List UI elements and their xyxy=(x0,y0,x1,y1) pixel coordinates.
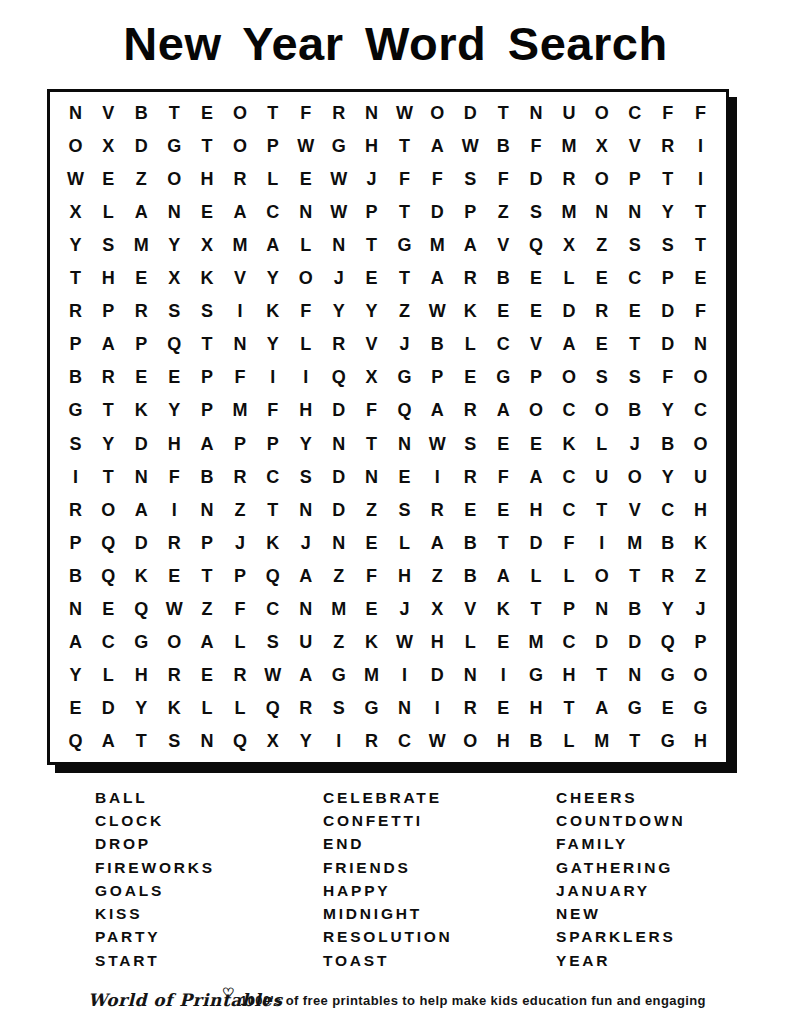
grid-cell-r19c20: G xyxy=(684,692,717,725)
grid-cell-r8c5: T xyxy=(191,328,224,361)
grid-cell-r16c5: Z xyxy=(191,592,224,625)
grid-cell-r18c16: H xyxy=(553,659,586,692)
grid-cell-r17c5: A xyxy=(191,626,224,659)
grid-cell-r2c20: I xyxy=(684,129,717,162)
word-list-item: BALL xyxy=(95,786,215,809)
grid-cell-r12c12: I xyxy=(421,460,454,493)
grid-cell-r16c12: X xyxy=(421,592,454,625)
grid-cell-r6c10: E xyxy=(355,261,388,294)
grid-cell-r1c19: F xyxy=(651,96,684,129)
grid-cell-r1c8: F xyxy=(289,96,322,129)
word-list-item: FIREWORKS xyxy=(95,856,215,879)
grid-cell-r9c16: O xyxy=(553,361,586,394)
grid-cell-r20c19: G xyxy=(651,725,684,758)
grid-cell-r3c13: S xyxy=(454,162,487,195)
grid-cell-r11c10: T xyxy=(355,427,388,460)
grid-cell-r4c16: M xyxy=(553,195,586,228)
grid-cell-r4c15: S xyxy=(520,195,553,228)
grid-cell-r17c6: L xyxy=(224,626,257,659)
grid-cell-r11c8: Y xyxy=(289,427,322,460)
grid-cell-r12c8: S xyxy=(289,460,322,493)
grid-cell-r3c3: Z xyxy=(125,162,158,195)
grid-cell-r10c2: T xyxy=(92,394,125,427)
grid-cell-r3c18: P xyxy=(618,162,651,195)
grid-cell-r3c10: J xyxy=(355,162,388,195)
grid-cell-r1c6: O xyxy=(224,96,257,129)
grid-cell-r1c9: R xyxy=(322,96,355,129)
grid-cell-r6c8: O xyxy=(289,261,322,294)
grid-cell-r4c4: N xyxy=(158,195,191,228)
grid-cell-r7c19: D xyxy=(651,295,684,328)
grid-cell-r18c8: A xyxy=(289,659,322,692)
word-list-item: CONFETTI xyxy=(323,809,453,832)
grid-cell-r11c6: P xyxy=(224,427,257,460)
grid-cell-r7c8: F xyxy=(289,295,322,328)
grid-cell-r15c14: A xyxy=(487,559,520,592)
grid-cell-r13c19: C xyxy=(651,493,684,526)
grid-cell-r8c15: V xyxy=(520,328,553,361)
grid-cell-r15c17: O xyxy=(585,559,618,592)
grid-cell-r17c4: O xyxy=(158,626,191,659)
grid-cell-r18c7: W xyxy=(256,659,289,692)
grid-cell-r8c14: C xyxy=(487,328,520,361)
grid-cell-r16c14: K xyxy=(487,592,520,625)
grid-cell-r2c1: O xyxy=(59,129,92,162)
grid-cell-r14c6: J xyxy=(224,526,257,559)
grid-cell-r13c16: C xyxy=(553,493,586,526)
grid-cell-r10c7: F xyxy=(256,394,289,427)
grid-cell-r20c11: C xyxy=(388,725,421,758)
grid-cell-r16c4: W xyxy=(158,592,191,625)
grid-cell-r14c11: L xyxy=(388,526,421,559)
grid-cell-r3c6: R xyxy=(224,162,257,195)
grid-cell-r13c9: D xyxy=(322,493,355,526)
grid-cell-r5c5: X xyxy=(191,228,224,261)
grid-cell-r9c1: B xyxy=(59,361,92,394)
grid-cell-r20c12: W xyxy=(421,725,454,758)
grid-cell-r9c5: P xyxy=(191,361,224,394)
grid-cell-r5c10: T xyxy=(355,228,388,261)
grid-cell-r11c2: Y xyxy=(92,427,125,460)
grid-cell-r13c6: Z xyxy=(224,493,257,526)
grid-cell-r19c8: R xyxy=(289,692,322,725)
grid-cell-r6c1: T xyxy=(59,261,92,294)
grid-cell-r14c8: J xyxy=(289,526,322,559)
grid-cell-r2c8: W xyxy=(289,129,322,162)
grid-cell-r20c8: Y xyxy=(289,725,322,758)
grid-cell-r7c20: F xyxy=(684,295,717,328)
word-list-item: RESOLUTION xyxy=(323,926,453,949)
grid-cell-r5c17: Z xyxy=(585,228,618,261)
grid-cell-r11c11: N xyxy=(388,427,421,460)
grid-cell-r4c10: P xyxy=(355,195,388,228)
grid-cell-r2c18: V xyxy=(618,129,651,162)
grid-cell-r9c9: Q xyxy=(322,361,355,394)
grid-cell-r7c7: K xyxy=(256,295,289,328)
grid-cell-r16c9: M xyxy=(322,592,355,625)
grid-cell-r2c13: W xyxy=(454,129,487,162)
grid-cell-r4c1: X xyxy=(59,195,92,228)
grid-cell-r1c18: C xyxy=(618,96,651,129)
grid-cell-r9c12: P xyxy=(421,361,454,394)
grid-cell-r5c20: T xyxy=(684,228,717,261)
word-list-item: TOAST xyxy=(323,949,453,972)
grid-cell-r4c11: T xyxy=(388,195,421,228)
grid-cell-r7c4: S xyxy=(158,295,191,328)
grid-cell-r13c3: A xyxy=(125,493,158,526)
grid-cell-r19c4: K xyxy=(158,692,191,725)
grid-cell-r19c13: R xyxy=(454,692,487,725)
grid-cell-r7c9: Y xyxy=(322,295,355,328)
grid-cell-r9c6: F xyxy=(224,361,257,394)
grid-cell-r17c15: M xyxy=(520,626,553,659)
grid-cell-r18c19: G xyxy=(651,659,684,692)
grid-cell-r10c19: Y xyxy=(651,394,684,427)
grid-cell-r17c13: L xyxy=(454,626,487,659)
grid-cell-r16c11: J xyxy=(388,592,421,625)
grid-cell-r7c13: K xyxy=(454,295,487,328)
grid-cell-r3c7: L xyxy=(256,162,289,195)
grid-cell-r12c14: F xyxy=(487,460,520,493)
grid-cell-r12c19: Y xyxy=(651,460,684,493)
grid-cell-r15c19: R xyxy=(651,559,684,592)
grid-cell-r2c16: M xyxy=(553,129,586,162)
grid-cell-r18c10: M xyxy=(355,659,388,692)
grid-cell-r6c7: Y xyxy=(256,261,289,294)
grid-cell-r19c17: A xyxy=(585,692,618,725)
word-list-item: YEAR xyxy=(556,949,685,972)
grid-cell-r14c1: P xyxy=(59,526,92,559)
grid-cell-r20c5: N xyxy=(191,725,224,758)
grid-cell-r4c20: T xyxy=(684,195,717,228)
grid-cell-r10c14: A xyxy=(487,394,520,427)
grid-cell-r19c12: I xyxy=(421,692,454,725)
grid-cell-r14c3: D xyxy=(125,526,158,559)
grid-cell-r7c11: Z xyxy=(388,295,421,328)
grid-cell-r3c20: I xyxy=(684,162,717,195)
grid-cell-r10c11: Q xyxy=(388,394,421,427)
grid-cell-r13c10: Z xyxy=(355,493,388,526)
grid-cell-r2c6: O xyxy=(224,129,257,162)
grid-cell-r13c5: N xyxy=(191,493,224,526)
grid-cell-r20c17: M xyxy=(585,725,618,758)
grid-cell-r12c1: I xyxy=(59,460,92,493)
grid-cell-r7c17: R xyxy=(585,295,618,328)
grid-cell-r16c3: Q xyxy=(125,592,158,625)
grid-cell-r5c19: S xyxy=(651,228,684,261)
grid-cell-r15c20: Z xyxy=(684,559,717,592)
grid-cell-r15c6: P xyxy=(224,559,257,592)
word-list-item: CLOCK xyxy=(95,809,215,832)
grid-cell-r13c4: I xyxy=(158,493,191,526)
word-list-item: CHEERS xyxy=(556,786,685,809)
grid-cell-r8c12: B xyxy=(421,328,454,361)
word-list-item: END xyxy=(323,833,453,856)
grid-cell-r12c5: B xyxy=(191,460,224,493)
word-list-item: MIDNIGHT xyxy=(323,902,453,925)
grid-cell-r11c12: W xyxy=(421,427,454,460)
grid-cell-r4c8: N xyxy=(289,195,322,228)
grid-cell-r5c15: Q xyxy=(520,228,553,261)
grid-cell-r19c10: G xyxy=(355,692,388,725)
grid-cell-r17c19: Q xyxy=(651,626,684,659)
grid-cell-r10c15: O xyxy=(520,394,553,427)
grid-cell-r1c5: E xyxy=(191,96,224,129)
grid-cell-r15c7: Q xyxy=(256,559,289,592)
grid-cell-r19c15: H xyxy=(520,692,553,725)
grid-cell-r15c4: E xyxy=(158,559,191,592)
grid-cell-r13c7: T xyxy=(256,493,289,526)
grid-cell-r7c2: P xyxy=(92,295,125,328)
grid-cell-r11c9: N xyxy=(322,427,355,460)
grid-cell-r9c11: G xyxy=(388,361,421,394)
grid-cell-r2c11: T xyxy=(388,129,421,162)
grid-cell-r2c10: H xyxy=(355,129,388,162)
grid-cell-r8c6: N xyxy=(224,328,257,361)
grid-cell-r9c15: P xyxy=(520,361,553,394)
grid-cell-r3c9: W xyxy=(322,162,355,195)
grid-cell-r14c5: P xyxy=(191,526,224,559)
grid-cell-r8c7: Y xyxy=(256,328,289,361)
grid-cell-r6c17: E xyxy=(585,261,618,294)
grid-cell-r6c6: V xyxy=(224,261,257,294)
grid-cell-r7c5: S xyxy=(191,295,224,328)
grid-cell-r20c18: T xyxy=(618,725,651,758)
grid-cell-r18c5: E xyxy=(191,659,224,692)
word-list-item: GATHERING xyxy=(556,856,685,879)
grid-cell-r8c2: A xyxy=(92,328,125,361)
grid-cell-r19c6: L xyxy=(224,692,257,725)
grid-cell-r5c11: G xyxy=(388,228,421,261)
grid-cell-r2c7: P xyxy=(256,129,289,162)
grid-cell-r4c12: D xyxy=(421,195,454,228)
grid-cell-r4c18: N xyxy=(618,195,651,228)
grid-cell-r5c16: X xyxy=(553,228,586,261)
grid-cell-r18c2: L xyxy=(92,659,125,692)
grid-cell-r1c20: F xyxy=(684,96,717,129)
grid-cell-r9c17: S xyxy=(585,361,618,394)
grid-cell-r11c5: A xyxy=(191,427,224,460)
grid-cell-r3c11: F xyxy=(388,162,421,195)
grid-cell-r2c12: A xyxy=(421,129,454,162)
page-title: New Year Word Search xyxy=(0,16,791,71)
grid-cell-r4c3: A xyxy=(125,195,158,228)
grid-cell-r17c18: D xyxy=(618,626,651,659)
grid-cell-r4c9: W xyxy=(322,195,355,228)
grid-cell-r4c5: E xyxy=(191,195,224,228)
grid-cell-r12c15: A xyxy=(520,460,553,493)
grid-cell-r11c20: O xyxy=(684,427,717,460)
grid-cell-r6c20: E xyxy=(684,261,717,294)
grid-cell-r12c4: F xyxy=(158,460,191,493)
grid-cell-r18c18: N xyxy=(618,659,651,692)
grid-cell-r5c14: V xyxy=(487,228,520,261)
grid-cell-r16c1: N xyxy=(59,592,92,625)
grid-cell-r2c19: R xyxy=(651,129,684,162)
grid-cell-r15c15: L xyxy=(520,559,553,592)
grid-cell-r14c13: B xyxy=(454,526,487,559)
grid-cell-r18c4: R xyxy=(158,659,191,692)
grid-cell-r19c2: D xyxy=(92,692,125,725)
word-list-item: FAMILY xyxy=(556,833,685,856)
grid-cell-r6c3: E xyxy=(125,261,158,294)
grid-cell-r12c20: U xyxy=(684,460,717,493)
grid-cell-r17c1: A xyxy=(59,626,92,659)
grid-cell-r4c7: C xyxy=(256,195,289,228)
grid-cell-r12c9: D xyxy=(322,460,355,493)
grid-cell-r11c4: H xyxy=(158,427,191,460)
grid-cell-r14c9: N xyxy=(322,526,355,559)
grid-cell-r20c20: H xyxy=(684,725,717,758)
grid-cell-r2c2: X xyxy=(92,129,125,162)
grid-cell-r18c15: G xyxy=(520,659,553,692)
grid-cell-r8c20: N xyxy=(684,328,717,361)
grid-cell-r20c6: Q xyxy=(224,725,257,758)
grid-cell-r15c9: Z xyxy=(322,559,355,592)
grid-cell-r8c17: E xyxy=(585,328,618,361)
word-list-item: JANUARY xyxy=(556,879,685,902)
grid-cell-r15c12: Z xyxy=(421,559,454,592)
grid-cell-r16c17: N xyxy=(585,592,618,625)
grid-cell-r18c20: O xyxy=(684,659,717,692)
grid-cell-r12c18: O xyxy=(618,460,651,493)
grid-cell-r16c8: N xyxy=(289,592,322,625)
grid-cell-r20c3: T xyxy=(125,725,158,758)
grid-cell-r11c1: S xyxy=(59,427,92,460)
grid-cell-r19c16: T xyxy=(553,692,586,725)
grid-cell-r13c13: E xyxy=(454,493,487,526)
grid-cell-r17c8: U xyxy=(289,626,322,659)
grid-cell-r10c1: G xyxy=(59,394,92,427)
word-list-item: HAPPY xyxy=(323,879,453,902)
grid-cell-r17c11: W xyxy=(388,626,421,659)
grid-cell-r12c17: U xyxy=(585,460,618,493)
grid-cell-r11c13: S xyxy=(454,427,487,460)
grid-cell-r14c2: Q xyxy=(92,526,125,559)
grid-cell-r6c19: P xyxy=(651,261,684,294)
word-list-item: KISS xyxy=(95,902,215,925)
grid-cell-r12c11: E xyxy=(388,460,421,493)
grid-cell-r5c1: Y xyxy=(59,228,92,261)
grid-cell-r3c12: F xyxy=(421,162,454,195)
grid-cell-r18c17: T xyxy=(585,659,618,692)
grid-cell-r6c16: L xyxy=(553,261,586,294)
grid-cell-r18c13: N xyxy=(454,659,487,692)
grid-cell-r8c3: P xyxy=(125,328,158,361)
grid-cell-r1c4: T xyxy=(158,96,191,129)
grid-cell-r16c10: E xyxy=(355,592,388,625)
word-list-item: DROP xyxy=(95,833,215,856)
grid-cell-r19c19: E xyxy=(651,692,684,725)
grid-cell-r5c4: Y xyxy=(158,228,191,261)
grid-cell-r5c12: M xyxy=(421,228,454,261)
grid-cell-r7c12: W xyxy=(421,295,454,328)
grid-cell-r4c19: Y xyxy=(651,195,684,228)
word-column-3: CHEERSCOUNTDOWNFAMILYGATHERINGJANUARYNEW… xyxy=(556,786,685,972)
grid-cell-r3c5: H xyxy=(191,162,224,195)
grid-cell-r3c14: F xyxy=(487,162,520,195)
grid-cell-r19c3: Y xyxy=(125,692,158,725)
grid-cell-r11c17: L xyxy=(585,427,618,460)
grid-cell-r8c13: L xyxy=(454,328,487,361)
word-list-item: SPARKLERS xyxy=(556,926,685,949)
grid-cell-r3c19: T xyxy=(651,162,684,195)
grid-cell-r16c19: Y xyxy=(651,592,684,625)
grid-cell-r17c2: C xyxy=(92,626,125,659)
grid-cell-r19c14: E xyxy=(487,692,520,725)
grid-cell-r7c15: E xyxy=(520,295,553,328)
grid-cell-r1c11: W xyxy=(388,96,421,129)
grid-cell-r12c3: N xyxy=(125,460,158,493)
grid-cell-r8c11: J xyxy=(388,328,421,361)
grid-cell-r9c18: S xyxy=(618,361,651,394)
grid-cell-r7c14: E xyxy=(487,295,520,328)
grid-cell-r7c10: Y xyxy=(355,295,388,328)
grid-cell-r5c13: A xyxy=(454,228,487,261)
grid-cell-r6c13: R xyxy=(454,261,487,294)
grid-cell-r5c3: M xyxy=(125,228,158,261)
grid-cell-r10c6: M xyxy=(224,394,257,427)
word-list-item: GOALS xyxy=(95,879,215,902)
grid-cell-r5c6: M xyxy=(224,228,257,261)
grid-cell-r18c3: H xyxy=(125,659,158,692)
grid-cell-r16c13: V xyxy=(454,592,487,625)
grid-cell-r4c17: N xyxy=(585,195,618,228)
grid-cell-r10c10: F xyxy=(355,394,388,427)
grid-cell-r18c6: R xyxy=(224,659,257,692)
grid-cell-r17c7: S xyxy=(256,626,289,659)
grid-cell-r1c15: N xyxy=(520,96,553,129)
grid-cell-r7c18: E xyxy=(618,295,651,328)
grid-cell-r6c9: J xyxy=(322,261,355,294)
grid-cell-r1c3: B xyxy=(125,96,158,129)
grid-cell-r20c2: A xyxy=(92,725,125,758)
grid-cell-r8c18: T xyxy=(618,328,651,361)
grid-cell-r6c5: K xyxy=(191,261,224,294)
word-list-item: COUNTDOWN xyxy=(556,809,685,832)
grid-cell-r13c18: V xyxy=(618,493,651,526)
grid-cell-r7c3: R xyxy=(125,295,158,328)
word-column-1: BALLCLOCKDROPFIREWORKSGOALSKISSPARTYSTAR… xyxy=(95,786,215,972)
grid-cell-r13c17: T xyxy=(585,493,618,526)
grid-cell-r9c10: X xyxy=(355,361,388,394)
grid-cell-r13c12: R xyxy=(421,493,454,526)
grid-cell-r10c16: C xyxy=(553,394,586,427)
grid-cell-r14c19: B xyxy=(651,526,684,559)
grid-cell-r12c6: R xyxy=(224,460,257,493)
grid-cell-r16c7: C xyxy=(256,592,289,625)
grid-cell-r17c9: Z xyxy=(322,626,355,659)
grid-cell-r14c14: T xyxy=(487,526,520,559)
grid-cell-r18c9: G xyxy=(322,659,355,692)
grid-cell-r2c14: B xyxy=(487,129,520,162)
grid-cell-r15c3: K xyxy=(125,559,158,592)
grid-cell-r19c11: N xyxy=(388,692,421,725)
word-list-item: START xyxy=(95,949,215,972)
grid-cell-r6c11: T xyxy=(388,261,421,294)
grid-cell-r12c2: T xyxy=(92,460,125,493)
grid-cell-r10c18: B xyxy=(618,394,651,427)
grid-cell-r8c8: L xyxy=(289,328,322,361)
grid-cell-r17c20: P xyxy=(684,626,717,659)
grid-cell-r8c4: Q xyxy=(158,328,191,361)
grid-cell-r5c9: N xyxy=(322,228,355,261)
grid-cell-r10c4: Y xyxy=(158,394,191,427)
grid-cell-r11c18: J xyxy=(618,427,651,460)
grid-cell-r1c2: V xyxy=(92,96,125,129)
grid-cell-r9c4: E xyxy=(158,361,191,394)
grid-cell-r15c1: B xyxy=(59,559,92,592)
